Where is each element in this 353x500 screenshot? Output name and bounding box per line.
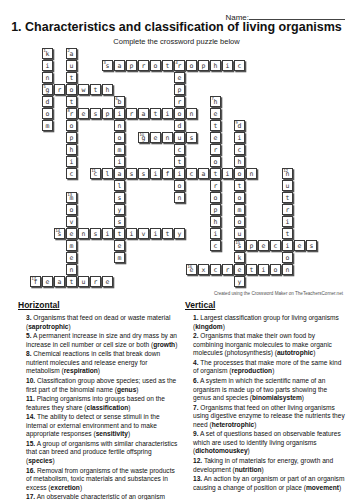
crossword-cell[interactable]: c [234,144,245,155]
crossword-cell[interactable]: o [66,204,77,215]
cell-letter: e [295,242,304,250]
crossword-cell[interactable]: s [138,168,149,179]
cell-letter: c [67,170,76,178]
crossword-cell[interactable]: n [78,228,89,239]
crossword-cell[interactable]: r [210,144,221,155]
cell-letter: e [115,242,124,250]
cell-letter: e [175,74,184,82]
cell-letter: i [127,230,136,238]
crossword-cell[interactable]: e [42,276,53,287]
crossword-cell[interactable]: i [150,168,161,179]
clue-answer: species [28,457,52,464]
crossword-cell[interactable]: r [222,264,233,275]
crossword-cell[interactable]: n [114,120,125,131]
cell-letter: y [235,278,244,286]
crossword-cell[interactable]: n [186,108,197,119]
crossword-cell[interactable]: u [174,132,185,143]
cell-letter: o [175,110,184,118]
crossword-cell[interactable]: p [198,60,209,71]
cell-letter: i [103,230,112,238]
cell-letter: h [235,158,244,166]
crossword-cell[interactable]: i [114,108,125,119]
crossword-cell[interactable]: e [102,276,113,287]
clue-item: 13. An action by an organism or part of … [185,475,345,492]
crossword-cell[interactable]: n [66,264,77,275]
cell-letter: h [103,86,112,94]
crossword-cell[interactable]: o [234,216,245,227]
cell-letter: g [43,86,52,94]
crossword-cell[interactable]: t [150,108,161,119]
cell-letter: i [211,230,220,238]
clue-answer: nutrition [235,466,262,473]
name-blank[interactable] [249,10,345,20]
crossword-cell[interactable]: 14s [54,228,65,239]
crossword-cell[interactable]: i [114,156,125,167]
cell-letter: d [235,122,244,130]
crossword-cell[interactable]: c [174,144,185,155]
crossword-cell[interactable]: s [186,132,197,143]
cell-letter: m [67,194,76,202]
crossword-cell[interactable]: i [66,156,77,167]
cell-letter: s [139,170,148,178]
horizontal-clues: Horizontal 3. Organisms that feed on dea… [18,300,180,500]
crossword-cell[interactable]: p [102,108,113,119]
crossword-cell[interactable]: f [162,168,173,179]
cell-letter: n [79,230,88,238]
cell-letter: i [259,266,268,274]
clue-item: 8. Chemical reactions in cells that brea… [18,350,180,376]
cell-letter: i [43,62,52,70]
crossword-cell[interactable]: u [282,180,293,191]
crossword-cell[interactable]: s [114,216,125,227]
crossword-cell[interactable]: u [234,228,245,239]
crossword-cell[interactable]: u [66,60,77,71]
crossword-cell[interactable]: y [174,228,185,239]
crossword-cell[interactable]: n [282,264,293,275]
crossword-cell[interactable]: e [210,108,221,119]
cell-letter: o [211,158,220,166]
crossword-cell[interactable]: 8r [66,108,77,119]
crossword-cell[interactable]: a [114,60,125,71]
cell-letter: s [187,134,196,142]
cell-letter: o [283,254,292,262]
crossword-cell[interactable]: n [246,168,257,179]
vertical-clues: Vertical 1. Largest classification group… [185,300,345,493]
cell-letter: o [235,218,244,226]
crossword-cell[interactable]: i [162,108,173,119]
crossword-cell[interactable]: r [54,84,65,95]
crossword-cell[interactable]: o [282,252,293,263]
cell-letter: r [91,278,100,286]
cell-letter: t [247,266,256,274]
crossword-cell[interactable]: r [126,108,137,119]
cell-letter: x [199,266,208,274]
crossword-cell[interactable]: o [150,60,161,71]
crossword-cell[interactable]: i [102,228,113,239]
crossword-cell[interactable]: i [150,228,161,239]
cell-letter: i [115,110,124,118]
cell-letter: s [115,218,124,226]
crossword-cell[interactable]: 4r [174,60,185,71]
cell-letter: n [115,122,124,130]
crossword-cell[interactable]: k [234,252,245,263]
crossword-cell[interactable]: c [186,168,197,179]
crossword-cell[interactable]: t [210,168,221,179]
crossword-cell[interactable]: 7h [210,96,221,107]
cell-letter: t [175,158,184,166]
cell-letter: a [139,110,148,118]
crossword-cell[interactable]: a [114,168,125,179]
cell-letter: a [67,50,76,58]
crossword-cell[interactable]: m [66,240,77,251]
cell-letter: c [211,242,220,250]
crossword-cell[interactable]: a [198,168,209,179]
crossword-cell[interactable]: e [234,264,245,275]
cell-letter: h [211,62,220,70]
cell-letter: r [67,110,76,118]
crossword-cell[interactable]: c [234,60,245,71]
crossword-cell[interactable]: n [162,132,173,143]
crossword-cell[interactable]: i [174,168,185,179]
crossword-cell[interactable]: 1k [42,48,53,59]
cell-letter: c [91,170,100,178]
cell-letter: r [211,146,220,154]
crossword-cell[interactable]: s [306,240,317,251]
crossword-cell[interactable]: 9d [234,120,245,131]
clue-answer: heterotrophic [212,421,255,428]
cell-letter: m [67,242,76,250]
cell-letter: e [67,230,76,238]
crossword-cell[interactable]: d [174,120,185,131]
crossword-cell[interactable]: c [210,264,221,275]
cell-letter: o [187,62,196,70]
crossword-grid: 1k2aiu3saprot4rophicnte5growthpdt6br7ho8… [30,48,318,288]
crossword-cell[interactable]: i [42,60,53,71]
clue-answer: reproduction [231,367,272,374]
cell-letter: e [211,110,220,118]
cell-letter: d [43,98,52,106]
cell-letter: o [151,62,160,70]
crossword-cell[interactable]: o [42,108,53,119]
cell-letter: p [103,110,112,118]
cell-letter: p [199,62,208,70]
clue-item: 6. A system in which the scientific name… [185,377,345,403]
cell-letter: a [55,278,64,286]
crossword-cell[interactable]: c [270,240,281,251]
crossword-cell[interactable]: t [162,60,173,71]
cell-letter: o [175,182,184,190]
crossword-cell[interactable]: i [234,132,245,143]
crossword-cell[interactable]: i [222,60,233,71]
crossword-cell[interactable]: e [258,240,269,251]
crossword-cell[interactable]: p [210,204,221,215]
cell-letter: y [175,230,184,238]
crossword-cell[interactable]: t [162,228,173,239]
crossword-cell[interactable]: 5g [42,84,53,95]
crossword-cell[interactable]: p [66,132,77,143]
crossword-cell[interactable]: p [126,60,137,71]
cell-letter: o [67,206,76,214]
crossword-cell[interactable]: h [66,144,77,155]
cell-letter: r [175,62,184,70]
crossword-cell[interactable]: v [138,228,149,239]
crossword-cell[interactable]: o [66,120,77,131]
crossword-cell[interactable]: o [174,180,185,191]
crossword-cell[interactable]: 13m [66,192,77,203]
crossword-cell[interactable]: t [210,120,221,131]
cell-letter: h [67,146,76,154]
crossword-cell[interactable]: h [210,216,221,227]
cell-letter: c [211,266,220,274]
crossword-cell[interactable]: h [234,156,245,167]
clue-item: 17. An observable characteristic of an o… [18,493,180,500]
crossword-cell[interactable]: v [66,216,77,227]
cell-letter: i [235,134,244,142]
cell-letter: i [223,170,232,178]
clue-item: 1. Largest classification group for livi… [185,314,345,331]
crossword-cell[interactable]: e [210,132,221,143]
cell-letter: t [283,230,292,238]
cell-letter: c [271,242,280,250]
crossword-cell[interactable]: p [174,84,185,95]
clue-answer: saprotrophic [28,323,68,330]
cell-letter: h [211,218,220,226]
clue-item: 16. Removal from organisms of the waste … [18,467,180,493]
cell-letter: o [67,86,76,94]
clue-item: 3. Organisms that feed on dead or waste … [18,314,180,331]
crossword-cell[interactable]: r [174,96,185,107]
crossword-cell[interactable]: n [42,72,53,83]
crossword-cell[interactable]: o [270,264,281,275]
crossword-cell[interactable]: s [90,228,101,239]
crossword-cell[interactable]: l [114,180,125,191]
cell-letter: r [127,110,136,118]
crossword-cell[interactable]: e [66,228,77,239]
cell-letter: t [211,170,220,178]
cell-letter: o [211,194,220,202]
crossword-cell[interactable]: i [282,240,293,251]
cell-letter: n [247,170,256,178]
crossword-cell[interactable]: i [282,216,293,227]
crossword-cell[interactable]: o [114,132,125,143]
cell-letter: i [115,158,124,166]
horizontal-clue-list: 3. Organisms that feed on dead or waste … [18,314,180,500]
crossword-cell[interactable]: t [90,84,101,95]
crossword-cell[interactable]: p [246,240,257,251]
cell-letter: e [43,278,52,286]
crossword-cell[interactable]: h [210,60,221,71]
cell-letter: i [163,110,172,118]
cell-letter: i [151,230,160,238]
crossword-cell[interactable]: a [54,276,65,287]
crossword-cell[interactable]: t [66,276,77,287]
crossword-cell[interactable]: o [210,156,221,167]
crossword-cell[interactable]: s [114,192,125,203]
cell-letter: m [115,254,124,262]
crossword-cell[interactable]: r [210,180,221,191]
crossword-cell[interactable]: 11c [90,168,101,179]
crossword-cell[interactable]: h [102,84,113,95]
crossword-cell[interactable]: s [90,108,101,119]
crossword-cell[interactable]: m [114,144,125,155]
crossword-cell[interactable]: i [222,168,233,179]
crossword-cell[interactable]: y [234,276,245,287]
crossword-cell[interactable]: 2a [66,48,77,59]
cell-letter: i [223,62,232,70]
crossword-cell[interactable]: i [210,228,221,239]
clue-item: 12. Taking in of materials for energy, g… [185,457,345,474]
crossword-cell[interactable]: d [42,96,53,107]
cell-letter: e [79,110,88,118]
crossword-cell[interactable]: o [174,108,185,119]
crossword-cell[interactable]: o [234,192,245,203]
cell-letter: r [55,86,64,94]
cell-letter: s [115,194,124,202]
crossword-cell[interactable]: o [234,168,245,179]
cell-letter: e [235,266,244,274]
cell-letter: t [67,74,76,82]
crossword-cell[interactable]: t [174,156,185,167]
crossword-cell[interactable]: e [66,252,77,263]
crossword-cell[interactable]: e [174,72,185,83]
crossword-cell[interactable]: a [138,108,149,119]
cell-letter: t [235,182,244,190]
cell-letter: m [43,122,52,130]
cell-letter: a [199,170,208,178]
clue-answer: excretion [51,484,80,491]
cell-letter: s [103,62,112,70]
crossword-cell[interactable]: e [294,240,305,251]
cell-letter: r [175,98,184,106]
crossword-cell[interactable]: r [90,276,101,287]
cell-letter: d [175,122,184,130]
cell-letter: r [211,182,220,190]
cell-letter: e [151,134,160,142]
cell-letter: p [175,86,184,94]
crossword-cell[interactable]: 16e [186,264,197,275]
cell-letter: u [235,230,244,238]
credit-note: Created using the Crossword Maker on The… [214,291,343,296]
crossword-cell[interactable]: t [66,96,77,107]
cell-letter: i [175,170,184,178]
crossword-cell[interactable]: t [234,180,245,191]
crossword-cell[interactable]: x [198,264,209,275]
crossword-cell[interactable]: y [114,204,125,215]
clue-item: 15. A group of organisms with similar ch… [18,440,180,466]
cell-letter: h [211,98,220,106]
crossword-cell[interactable]: s [126,168,137,179]
crossword-cell[interactable]: 3s [102,60,113,71]
crossword-cell[interactable]: o [186,60,197,71]
cell-letter: u [175,134,184,142]
crossword-cell[interactable]: n [174,192,185,203]
cell-letter: a [115,170,124,178]
cell-letter: t [67,278,76,286]
page-title: 1. Characteristics and classification of… [0,20,353,34]
crossword-cell[interactable]: 6b [114,96,125,107]
cell-letter: b [115,98,124,106]
crossword-cell[interactable]: 15s [234,240,245,251]
cell-letter: n [43,74,52,82]
cell-letter: t [91,86,100,94]
cell-letter: e [67,254,76,262]
cell-letter: p [247,242,256,250]
crossword-cell[interactable]: t [246,264,257,275]
clue-answer: growth [153,341,175,348]
cell-letter: c [187,170,196,178]
crossword-cell[interactable]: t [282,228,293,239]
crossword-cell[interactable]: e [78,108,89,119]
crossword-cell[interactable]: r [282,204,293,215]
cell-letter: o [67,122,76,130]
vertical-clue-list: 1. Largest classification group for livi… [185,314,345,492]
clue-answer: respiration [64,367,98,374]
clue-item: 11. Placing organisms into groups based … [18,395,180,412]
cell-letter: p [211,206,220,214]
cell-letter: r [139,62,148,70]
cell-letter: s [307,242,316,250]
cell-letter: t [115,230,124,238]
cell-letter: a [115,62,124,70]
crossword-cell[interactable]: e [114,240,125,251]
crossword-cell[interactable]: m [42,120,53,131]
crossword-cell[interactable]: 17f [30,276,41,287]
crossword-cell[interactable]: r [138,60,149,71]
cell-letter: e [103,278,112,286]
cell-letter: o [43,110,52,118]
worksheet-page: Name: 1. Characteristics and classificat… [0,0,353,500]
crossword-cell[interactable]: m [114,252,125,263]
crossword-cell[interactable]: c [66,168,77,179]
cell-letter: r [223,266,232,274]
cell-letter: m [115,146,124,154]
cell-letter: n [283,266,292,274]
cell-letter: c [235,146,244,154]
clue-item: 5. A permanent increase in size and dry … [18,332,180,349]
cell-letter: k [235,254,244,262]
crossword-cell[interactable]: 10g [138,132,149,143]
crossword-cell[interactable]: w [78,84,89,95]
crossword-cell[interactable]: 12n [282,168,293,179]
clue-item: 14. The ability to detect or sense stimu… [18,413,180,439]
cell-letter: l [103,170,112,178]
crossword-cell[interactable]: o [66,84,77,95]
clue-answer: kingdom [195,323,222,330]
crossword-cell[interactable]: i [126,228,137,239]
crossword-cell[interactable]: t [66,72,77,83]
crossword-cell[interactable]: t [282,192,293,203]
crossword-cell[interactable]: c [210,240,221,251]
crossword-cell[interactable]: i [258,264,269,275]
crossword-cell[interactable]: t [114,228,125,239]
cell-letter: n [283,170,292,178]
cell-letter: t [211,122,220,130]
cell-letter: e [211,134,220,142]
crossword-cell[interactable]: l [102,168,113,179]
crossword-cell[interactable]: u [78,276,89,287]
crossword-cell[interactable]: e [150,132,161,143]
cell-letter: y [115,206,124,214]
crossword-cell[interactable]: o [210,192,221,203]
clue-answer: genus [117,386,136,393]
cell-letter: t [163,230,172,238]
cell-letter: o [235,194,244,202]
cell-letter: i [67,158,76,166]
cell-letter: s [55,230,64,238]
page-subtitle: Complete the crossword puzzle below [0,37,353,46]
cell-letter: g [139,134,148,142]
crossword-cell[interactable]: m [234,204,245,215]
